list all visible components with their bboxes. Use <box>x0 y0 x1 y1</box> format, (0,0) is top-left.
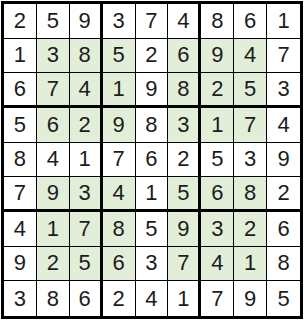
sudoku-cell-r4c4[interactable]: 9 <box>103 108 136 143</box>
sudoku-cell-r7c9[interactable]: 6 <box>267 212 300 247</box>
sudoku-cell-r9c6[interactable]: 1 <box>168 281 201 316</box>
sudoku-cell-r2c4[interactable]: 5 <box>103 39 136 74</box>
sudoku-cell-r5c1[interactable]: 8 <box>4 143 37 178</box>
sudoku-cell-r5c8[interactable]: 3 <box>234 143 267 178</box>
sudoku-cell-r9c7[interactable]: 7 <box>201 281 234 316</box>
sudoku-board: 2593748611385269476741982535629831748417… <box>1 1 303 319</box>
sudoku-cell-r9c9[interactable]: 5 <box>267 281 300 316</box>
sudoku-cell-r9c4[interactable]: 2 <box>103 281 136 316</box>
sudoku-cell-r5c6[interactable]: 2 <box>168 143 201 178</box>
sudoku-cell-r9c5[interactable]: 4 <box>136 281 169 316</box>
sudoku-page: 2593748611385269476741982535629831748417… <box>0 0 304 320</box>
sudoku-cell-r5c5[interactable]: 6 <box>136 143 169 178</box>
sudoku-cell-r8c6[interactable]: 7 <box>168 247 201 282</box>
sudoku-cell-r1c8[interactable]: 6 <box>234 4 267 39</box>
sudoku-cell-r3c7[interactable]: 2 <box>201 73 234 108</box>
sudoku-cell-r3c1[interactable]: 6 <box>4 73 37 108</box>
sudoku-cell-r4c3[interactable]: 2 <box>70 108 103 143</box>
sudoku-cell-r8c3[interactable]: 5 <box>70 247 103 282</box>
sudoku-cell-r6c2[interactable]: 9 <box>37 177 70 212</box>
sudoku-cell-r8c2[interactable]: 2 <box>37 247 70 282</box>
sudoku-cell-r7c6[interactable]: 9 <box>168 212 201 247</box>
sudoku-cell-r2c7[interactable]: 9 <box>201 39 234 74</box>
sudoku-cell-r6c6[interactable]: 5 <box>168 177 201 212</box>
sudoku-cell-r6c5[interactable]: 1 <box>136 177 169 212</box>
sudoku-cell-r4c9[interactable]: 4 <box>267 108 300 143</box>
sudoku-cell-r5c3[interactable]: 1 <box>70 143 103 178</box>
sudoku-cell-r2c5[interactable]: 2 <box>136 39 169 74</box>
sudoku-cell-r5c4[interactable]: 7 <box>103 143 136 178</box>
sudoku-cell-r3c4[interactable]: 1 <box>103 73 136 108</box>
sudoku-cell-r7c3[interactable]: 7 <box>70 212 103 247</box>
sudoku-cell-r3c9[interactable]: 3 <box>267 73 300 108</box>
sudoku-cell-r6c8[interactable]: 8 <box>234 177 267 212</box>
sudoku-cell-r2c9[interactable]: 7 <box>267 39 300 74</box>
sudoku-cell-r3c2[interactable]: 7 <box>37 73 70 108</box>
sudoku-cell-r7c7[interactable]: 3 <box>201 212 234 247</box>
sudoku-cell-r6c9[interactable]: 2 <box>267 177 300 212</box>
sudoku-cell-r6c3[interactable]: 3 <box>70 177 103 212</box>
sudoku-cell-r8c5[interactable]: 3 <box>136 247 169 282</box>
sudoku-cell-r4c2[interactable]: 6 <box>37 108 70 143</box>
sudoku-cell-r1c3[interactable]: 9 <box>70 4 103 39</box>
sudoku-cell-r8c4[interactable]: 6 <box>103 247 136 282</box>
sudoku-cell-r3c6[interactable]: 8 <box>168 73 201 108</box>
sudoku-cell-r6c1[interactable]: 7 <box>4 177 37 212</box>
sudoku-cell-r5c7[interactable]: 5 <box>201 143 234 178</box>
sudoku-cell-r4c8[interactable]: 7 <box>234 108 267 143</box>
sudoku-cell-r1c7[interactable]: 8 <box>201 4 234 39</box>
sudoku-cell-r5c2[interactable]: 4 <box>37 143 70 178</box>
sudoku-cell-r7c2[interactable]: 1 <box>37 212 70 247</box>
sudoku-cell-r1c9[interactable]: 1 <box>267 4 300 39</box>
sudoku-cell-r9c1[interactable]: 3 <box>4 281 37 316</box>
sudoku-cell-r1c1[interactable]: 2 <box>4 4 37 39</box>
sudoku-cell-r2c1[interactable]: 1 <box>4 39 37 74</box>
sudoku-cell-r5c9[interactable]: 9 <box>267 143 300 178</box>
sudoku-cell-r1c5[interactable]: 7 <box>136 4 169 39</box>
sudoku-cell-r2c8[interactable]: 4 <box>234 39 267 74</box>
sudoku-cell-r4c1[interactable]: 5 <box>4 108 37 143</box>
sudoku-cell-r6c4[interactable]: 4 <box>103 177 136 212</box>
sudoku-cell-r9c3[interactable]: 6 <box>70 281 103 316</box>
sudoku-cell-r1c6[interactable]: 4 <box>168 4 201 39</box>
sudoku-cell-r7c1[interactable]: 4 <box>4 212 37 247</box>
sudoku-cell-r8c7[interactable]: 4 <box>201 247 234 282</box>
sudoku-cell-r8c1[interactable]: 9 <box>4 247 37 282</box>
sudoku-cell-r2c3[interactable]: 8 <box>70 39 103 74</box>
sudoku-cell-r7c4[interactable]: 8 <box>103 212 136 247</box>
sudoku-cell-r1c2[interactable]: 5 <box>37 4 70 39</box>
sudoku-cell-r3c8[interactable]: 5 <box>234 73 267 108</box>
sudoku-cell-r3c5[interactable]: 9 <box>136 73 169 108</box>
sudoku-cell-r6c7[interactable]: 6 <box>201 177 234 212</box>
sudoku-cell-r3c3[interactable]: 4 <box>70 73 103 108</box>
sudoku-cell-r9c8[interactable]: 9 <box>234 281 267 316</box>
sudoku-cell-r4c5[interactable]: 8 <box>136 108 169 143</box>
sudoku-cell-r2c2[interactable]: 3 <box>37 39 70 74</box>
sudoku-cell-r9c2[interactable]: 8 <box>37 281 70 316</box>
sudoku-cell-r8c9[interactable]: 8 <box>267 247 300 282</box>
sudoku-cell-r7c8[interactable]: 2 <box>234 212 267 247</box>
sudoku-cell-r4c7[interactable]: 1 <box>201 108 234 143</box>
sudoku-cell-r4c6[interactable]: 3 <box>168 108 201 143</box>
sudoku-cell-r1c4[interactable]: 3 <box>103 4 136 39</box>
sudoku-cell-r7c5[interactable]: 5 <box>136 212 169 247</box>
sudoku-cell-r2c6[interactable]: 6 <box>168 39 201 74</box>
sudoku-cell-r8c8[interactable]: 1 <box>234 247 267 282</box>
